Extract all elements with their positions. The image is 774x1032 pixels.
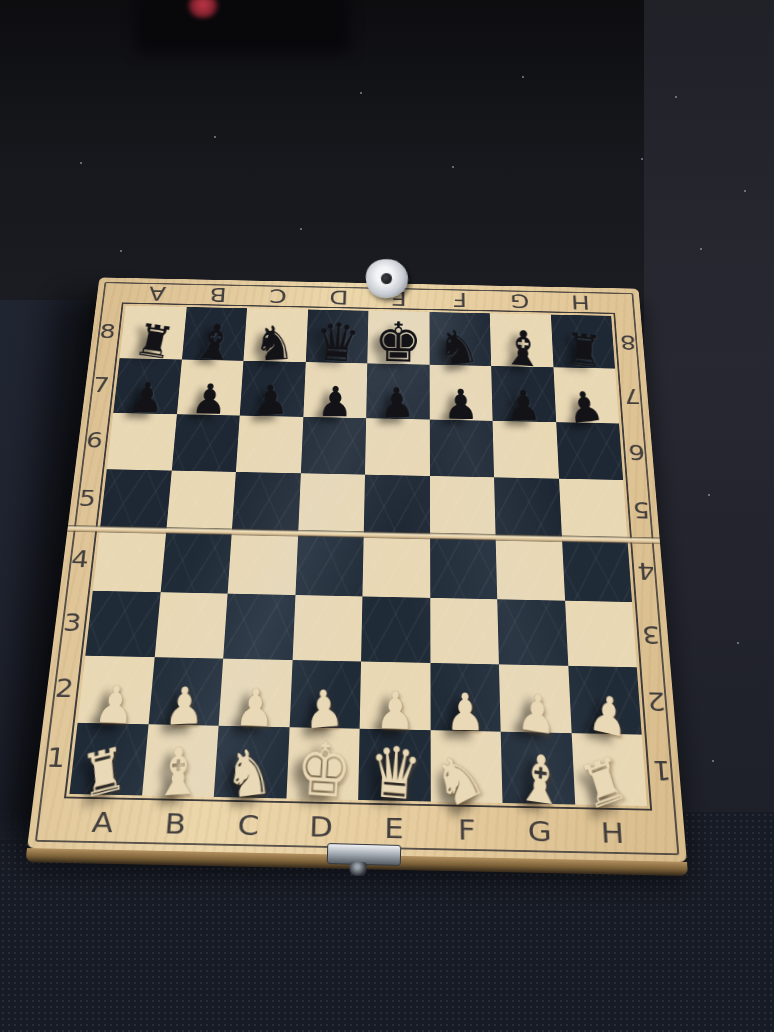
- file-labels-top-h: H: [549, 289, 611, 316]
- square-h2[interactable]: ♟: [568, 665, 642, 734]
- square-f2[interactable]: ♟: [430, 663, 501, 732]
- square-f4[interactable]: [430, 536, 498, 599]
- piece-white-pawn-f2[interactable]: ♟: [445, 688, 485, 738]
- square-b2[interactable]: ♟: [148, 657, 223, 726]
- square-c4[interactable]: [228, 531, 298, 594]
- piece-white-knight-c1[interactable]: ♞: [224, 740, 275, 807]
- dust-speck: [360, 92, 362, 94]
- square-b4[interactable]: [160, 530, 232, 593]
- rank-labels-right-6: 6: [621, 423, 653, 481]
- piece-white-knight-f1[interactable]: ♞: [426, 741, 491, 820]
- piece-black-knight-c8[interactable]: ♞: [254, 320, 296, 367]
- rank-labels-left-3: 3: [53, 590, 91, 655]
- piece-black-pawn-a7[interactable]: ♟: [127, 378, 166, 418]
- piece-white-pawn-b2[interactable]: ♟: [163, 681, 204, 731]
- rank-labels-right-3: 3: [634, 602, 669, 668]
- photo-scene: ABCDEFGH ABCDEFGH 87654321 87654321 ♜♝♞♛…: [0, 0, 774, 1032]
- square-c3[interactable]: [223, 593, 295, 659]
- dust-speck: [300, 228, 302, 230]
- square-d8[interactable]: ♛: [305, 310, 368, 364]
- piece-black-queen-d8[interactable]: ♛: [313, 316, 362, 368]
- rank-labels-right-1: 1: [644, 735, 681, 807]
- square-g5[interactable]: [494, 478, 561, 539]
- dust-speck: [744, 190, 746, 192]
- piece-black-pawn-f7[interactable]: ♟: [443, 385, 479, 425]
- square-h1[interactable]: ♜: [571, 733, 647, 806]
- square-b5[interactable]: [166, 471, 236, 532]
- square-d1[interactable]: ♚: [286, 727, 360, 800]
- file-labels-top-c: C: [247, 283, 309, 309]
- dust-speck: [522, 76, 524, 78]
- square-e5[interactable]: [364, 475, 430, 536]
- piece-black-pawn-d7[interactable]: ♟: [317, 382, 354, 422]
- square-c8[interactable]: ♞: [243, 308, 307, 362]
- piece-white-queen-e1[interactable]: ♛: [367, 738, 424, 810]
- piece-black-pawn-e7[interactable]: ♟: [379, 383, 416, 424]
- square-a4[interactable]: [93, 529, 166, 592]
- dust-speck: [452, 166, 454, 168]
- piece-white-pawn-a2[interactable]: ♟: [92, 680, 136, 730]
- file-labels-top-f: F: [429, 287, 490, 313]
- piece-white-pawn-h2[interactable]: ♟: [586, 687, 629, 744]
- piece-white-rook-h1[interactable]: ♜: [575, 749, 634, 819]
- square-a8[interactable]: ♜: [120, 306, 187, 360]
- rank-labels-left-5: 5: [69, 469, 105, 529]
- piece-black-bishop-b8[interactable]: ♝: [191, 317, 239, 367]
- square-d2[interactable]: ♟: [289, 660, 361, 729]
- background-top: [0, 0, 774, 300]
- square-c2[interactable]: ♟: [219, 658, 293, 727]
- piece-white-king-d1[interactable]: ♚: [293, 733, 353, 807]
- piece-black-pawn-b7[interactable]: ♟: [190, 379, 228, 419]
- square-e2[interactable]: ♟: [360, 661, 431, 730]
- chess-board-scene: ABCDEFGH ABCDEFGH 87654321 87654321 ♜♝♞♛…: [27, 277, 687, 861]
- rank-labels-left-4: 4: [62, 528, 99, 591]
- piece-black-pawn-h7[interactable]: ♟: [564, 386, 606, 429]
- square-e8[interactable]: ♚: [367, 311, 429, 365]
- piece-black-pawn-c7[interactable]: ♟: [253, 380, 289, 422]
- rank-labels-right-5: 5: [625, 480, 658, 540]
- board-grid: ♜♝♞♛♚♞♝♜♟♟♟♟♟♟♟♟♟♟♟♟♟♟♟♟♜♝♞♚♛♞♝♜: [69, 306, 647, 806]
- dust-speck: [214, 136, 216, 138]
- square-g2[interactable]: ♟: [499, 664, 571, 733]
- square-f8[interactable]: ♞: [429, 312, 491, 366]
- dust-speck: [700, 248, 702, 250]
- square-g4[interactable]: [496, 537, 565, 601]
- square-b8[interactable]: ♝: [182, 307, 247, 361]
- piece-black-rook-h8[interactable]: ♜: [565, 329, 604, 375]
- background-red-object: [186, 0, 220, 18]
- piece-black-king-e8[interactable]: ♚: [374, 316, 422, 369]
- dust-speck: [708, 494, 710, 496]
- square-h8[interactable]: ♜: [550, 315, 615, 369]
- square-g8[interactable]: ♝: [490, 313, 553, 367]
- square-h5[interactable]: [559, 479, 628, 540]
- square-d3[interactable]: [292, 595, 362, 661]
- rank-labels-right-8: 8: [613, 316, 644, 369]
- dust-speck: [675, 96, 677, 98]
- square-a3[interactable]: [85, 591, 160, 657]
- rank-labels-right-4: 4: [629, 540, 663, 603]
- rank-labels-right-7: 7: [617, 368, 649, 423]
- background-right: [644, 0, 774, 1032]
- file-labels-top-b: B: [186, 282, 248, 308]
- background-dark-object: [135, 0, 350, 54]
- dust-speck: [80, 162, 82, 164]
- rank-labels-right-2: 2: [639, 667, 675, 736]
- square-a5[interactable]: [100, 469, 171, 530]
- file-labels-top-d: D: [308, 284, 369, 310]
- piece-black-pawn-g7[interactable]: ♟: [505, 386, 542, 426]
- wooden-folding-chessboard: ABCDEFGH ABCDEFGH 87654321 87654321 ♜♝♞♛…: [27, 277, 687, 861]
- dust-speck: [120, 250, 122, 252]
- piece-white-pawn-e2[interactable]: ♟: [375, 686, 415, 736]
- square-h3[interactable]: [565, 600, 637, 666]
- square-f5[interactable]: [430, 476, 496, 537]
- square-c1[interactable]: ♞: [214, 726, 289, 798]
- file-labels-top-g: G: [489, 288, 550, 315]
- dust-speck: [712, 760, 714, 762]
- dust-speck: [641, 158, 643, 160]
- square-d4[interactable]: [295, 533, 364, 596]
- piece-black-bishop-g8[interactable]: ♝: [501, 323, 544, 373]
- square-a2[interactable]: ♟: [78, 655, 155, 724]
- dust-speck: [737, 642, 739, 644]
- rank-labels-left-6: 6: [77, 412, 112, 469]
- square-f3[interactable]: [430, 598, 499, 664]
- piece-white-rook-a1[interactable]: ♜: [79, 740, 129, 807]
- square-f1[interactable]: ♞: [430, 730, 502, 803]
- rank-labels-left-8: 8: [91, 305, 124, 358]
- square-b1[interactable]: ♝: [142, 724, 219, 796]
- piece-white-bishop-g1[interactable]: ♝: [514, 745, 566, 814]
- board-latch[interactable]: [327, 843, 402, 866]
- square-d5[interactable]: [298, 473, 365, 534]
- piece-white-pawn-g2[interactable]: ♟: [516, 687, 558, 742]
- square-e1[interactable]: ♛: [358, 729, 430, 802]
- rank-labels-left-7: 7: [84, 357, 118, 412]
- square-g1[interactable]: ♝: [501, 732, 575, 805]
- square-h4[interactable]: [562, 538, 632, 602]
- square-e3[interactable]: [361, 596, 430, 662]
- square-c5[interactable]: [232, 472, 301, 533]
- square-g3[interactable]: [497, 599, 568, 665]
- piece-white-pawn-c2[interactable]: ♟: [234, 683, 276, 733]
- file-labels-top-a: A: [126, 281, 189, 307]
- piece-black-knight-f8[interactable]: ♞: [434, 322, 481, 372]
- square-b3[interactable]: [154, 592, 227, 658]
- square-e4[interactable]: [362, 534, 429, 597]
- piece-white-bishop-b1[interactable]: ♝: [153, 739, 203, 804]
